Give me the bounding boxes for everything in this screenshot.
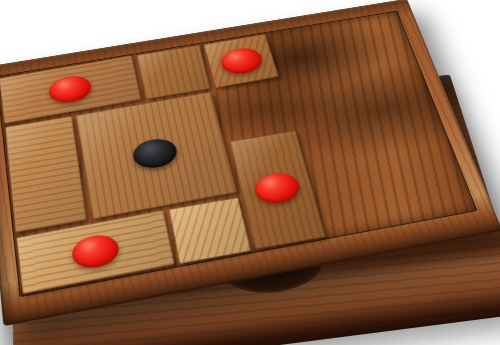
red-knob[interactable] <box>218 45 265 76</box>
puzzle-piece-E[interactable] <box>76 92 237 219</box>
black-knob[interactable] <box>130 136 179 171</box>
red-knob[interactable] <box>69 231 120 271</box>
red-knob[interactable] <box>47 73 93 105</box>
puzzle-piece-B[interactable] <box>137 45 210 99</box>
puzzle-piece-C[interactable] <box>204 34 279 88</box>
puzzle-piece-H[interactable] <box>169 197 251 264</box>
product-photo <box>0 0 500 345</box>
red-knob[interactable] <box>251 170 302 206</box>
puzzle-piece-D[interactable] <box>5 116 87 232</box>
